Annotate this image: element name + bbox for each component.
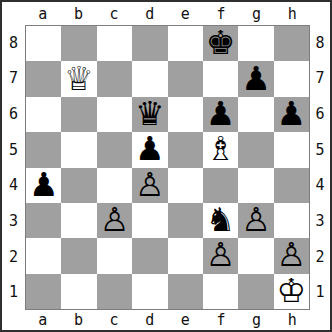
square-b5[interactable] bbox=[61, 132, 96, 167]
file-label-f: f bbox=[203, 311, 239, 329]
black-pawn-piece[interactable]: ♟ bbox=[241, 62, 271, 95]
white-pawn-piece[interactable]: ♙ bbox=[206, 238, 236, 271]
square-e5[interactable] bbox=[168, 132, 203, 167]
chess-board: ♚♕♟♛♟♟♟♗♟♙♙♞♙♙♙♔ bbox=[25, 25, 310, 310]
file-label-d: d bbox=[132, 311, 168, 329]
file-label-b: b bbox=[61, 5, 97, 23]
square-c1[interactable] bbox=[97, 274, 132, 309]
square-f7[interactable] bbox=[203, 61, 238, 96]
file-label-c: c bbox=[96, 311, 132, 329]
square-a6[interactable] bbox=[26, 97, 61, 132]
white-bishop-piece[interactable]: ♗ bbox=[206, 132, 236, 165]
square-c4[interactable] bbox=[97, 168, 132, 203]
rank-label-1: 1 bbox=[310, 274, 330, 310]
rank-label-8: 8 bbox=[310, 25, 330, 61]
square-h3[interactable] bbox=[274, 203, 309, 238]
square-e3[interactable] bbox=[168, 203, 203, 238]
square-e7[interactable] bbox=[168, 61, 203, 96]
square-c8[interactable] bbox=[97, 26, 132, 61]
square-b6[interactable] bbox=[61, 97, 96, 132]
square-d3[interactable] bbox=[132, 203, 167, 238]
white-pawn-piece[interactable]: ♙ bbox=[277, 238, 307, 271]
square-f2[interactable]: ♙ bbox=[203, 238, 238, 273]
rank-label-2: 2 bbox=[310, 239, 330, 275]
rank-labels-right: 87654321 bbox=[310, 25, 330, 310]
square-d5[interactable]: ♟ bbox=[132, 132, 167, 167]
black-knight-piece[interactable]: ♞ bbox=[206, 203, 236, 236]
rank-label-6: 6 bbox=[310, 96, 330, 132]
square-g2[interactable] bbox=[238, 238, 273, 273]
square-g3[interactable]: ♙ bbox=[238, 203, 273, 238]
square-d6[interactable]: ♛ bbox=[132, 97, 167, 132]
rank-label-8: 8 bbox=[2, 25, 25, 61]
square-e6[interactable] bbox=[168, 97, 203, 132]
chess-diagram: abcdefgh 87654321 ♚♕♟♛♟♟♟♗♟♙♙♞♙♙♙♔ 87654… bbox=[0, 0, 332, 332]
black-pawn-piece[interactable]: ♟ bbox=[206, 97, 236, 130]
square-h5[interactable] bbox=[274, 132, 309, 167]
square-e1[interactable] bbox=[168, 274, 203, 309]
white-pawn-piece[interactable]: ♙ bbox=[241, 203, 271, 236]
square-a2[interactable] bbox=[26, 238, 61, 273]
square-b8[interactable] bbox=[61, 26, 96, 61]
file-label-e: e bbox=[168, 311, 204, 329]
black-pawn-piece[interactable]: ♟ bbox=[135, 132, 165, 165]
square-b4[interactable] bbox=[61, 168, 96, 203]
square-g7[interactable]: ♟ bbox=[238, 61, 273, 96]
file-label-f: f bbox=[203, 5, 239, 23]
white-queen-piece[interactable]: ♕ bbox=[64, 62, 94, 95]
square-e2[interactable] bbox=[168, 238, 203, 273]
file-label-h: h bbox=[274, 311, 310, 329]
rank-label-2: 2 bbox=[2, 239, 25, 275]
square-g8[interactable] bbox=[238, 26, 273, 61]
square-f3[interactable]: ♞ bbox=[203, 203, 238, 238]
black-pawn-piece[interactable]: ♟ bbox=[29, 168, 59, 201]
square-c6[interactable] bbox=[97, 97, 132, 132]
square-c3[interactable]: ♙ bbox=[97, 203, 132, 238]
square-d2[interactable] bbox=[132, 238, 167, 273]
square-c7[interactable] bbox=[97, 61, 132, 96]
black-pawn-piece[interactable]: ♟ bbox=[277, 97, 307, 130]
rank-label-3: 3 bbox=[310, 203, 330, 239]
rank-labels-left: 87654321 bbox=[2, 25, 25, 310]
square-c5[interactable] bbox=[97, 132, 132, 167]
square-b7[interactable]: ♕ bbox=[61, 61, 96, 96]
square-b3[interactable] bbox=[61, 203, 96, 238]
square-h1[interactable]: ♔ bbox=[274, 274, 309, 309]
square-a4[interactable]: ♟ bbox=[26, 168, 61, 203]
file-label-b: b bbox=[61, 311, 97, 329]
square-c2[interactable] bbox=[97, 238, 132, 273]
square-b2[interactable] bbox=[61, 238, 96, 273]
square-h4[interactable] bbox=[274, 168, 309, 203]
square-a7[interactable] bbox=[26, 61, 61, 96]
square-e8[interactable] bbox=[168, 26, 203, 61]
black-king-piece[interactable]: ♚ bbox=[206, 26, 236, 59]
file-label-h: h bbox=[274, 5, 310, 23]
square-a8[interactable] bbox=[26, 26, 61, 61]
square-a5[interactable] bbox=[26, 132, 61, 167]
rank-label-3: 3 bbox=[2, 203, 25, 239]
square-d4[interactable]: ♙ bbox=[132, 168, 167, 203]
square-g5[interactable] bbox=[238, 132, 273, 167]
white-king-piece[interactable]: ♔ bbox=[277, 274, 307, 307]
rank-label-5: 5 bbox=[2, 132, 25, 168]
square-h7[interactable] bbox=[274, 61, 309, 96]
rank-label-5: 5 bbox=[310, 132, 330, 168]
file-label-g: g bbox=[239, 5, 275, 23]
file-label-a: a bbox=[25, 5, 61, 23]
square-h6[interactable]: ♟ bbox=[274, 97, 309, 132]
square-f5[interactable]: ♗ bbox=[203, 132, 238, 167]
white-pawn-piece[interactable]: ♙ bbox=[135, 168, 165, 201]
square-f8[interactable]: ♚ bbox=[203, 26, 238, 61]
file-label-d: d bbox=[132, 5, 168, 23]
file-label-c: c bbox=[96, 5, 132, 23]
square-f4[interactable] bbox=[203, 168, 238, 203]
square-g6[interactable] bbox=[238, 97, 273, 132]
square-g1[interactable] bbox=[238, 274, 273, 309]
square-h8[interactable] bbox=[274, 26, 309, 61]
square-f6[interactable]: ♟ bbox=[203, 97, 238, 132]
square-b1[interactable] bbox=[61, 274, 96, 309]
rank-label-7: 7 bbox=[2, 61, 25, 97]
file-labels-top: abcdefgh bbox=[25, 2, 310, 25]
file-label-a: a bbox=[25, 311, 61, 329]
rank-label-7: 7 bbox=[310, 61, 330, 97]
rank-label-4: 4 bbox=[310, 168, 330, 204]
square-g4[interactable] bbox=[238, 168, 273, 203]
rank-label-4: 4 bbox=[2, 168, 25, 204]
square-f1[interactable] bbox=[203, 274, 238, 309]
square-e4[interactable] bbox=[168, 168, 203, 203]
square-d7[interactable] bbox=[132, 61, 167, 96]
square-a1[interactable] bbox=[26, 274, 61, 309]
white-pawn-piece[interactable]: ♙ bbox=[100, 203, 130, 236]
file-labels-bottom: abcdefgh bbox=[25, 310, 310, 330]
square-h2[interactable]: ♙ bbox=[274, 238, 309, 273]
rank-label-1: 1 bbox=[2, 274, 25, 310]
file-label-e: e bbox=[168, 5, 204, 23]
black-queen-piece[interactable]: ♛ bbox=[135, 97, 165, 130]
square-d1[interactable] bbox=[132, 274, 167, 309]
square-d8[interactable] bbox=[132, 26, 167, 61]
square-a3[interactable] bbox=[26, 203, 61, 238]
rank-label-6: 6 bbox=[2, 96, 25, 132]
file-label-g: g bbox=[239, 311, 275, 329]
